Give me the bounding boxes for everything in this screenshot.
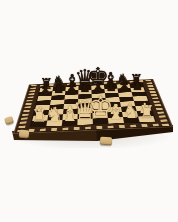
piece-white-queen[interactable]: ♛ (69, 96, 102, 123)
piece-white-knight[interactable]: ♞ (120, 103, 142, 122)
product-photo-scene: ♜♞♝♛♚♝♞♜♟♟♟♟♟♟♟♟♟♟♟♟♟♟♟♟♜♞♝♛♚♝♞♜ (0, 0, 178, 222)
piece-black-pawn[interactable]: ♟ (64, 82, 79, 94)
pieces-layer: ♜♞♝♛♚♝♞♜♟♟♟♟♟♟♟♟♟♟♟♟♟♟♟♟♜♞♝♛♚♝♞♜ (0, 0, 178, 222)
piece-white-rook[interactable]: ♜ (29, 108, 50, 126)
piece-black-pawn[interactable]: ♟ (130, 80, 145, 92)
piece-black-pawn[interactable]: ♟ (38, 84, 53, 96)
